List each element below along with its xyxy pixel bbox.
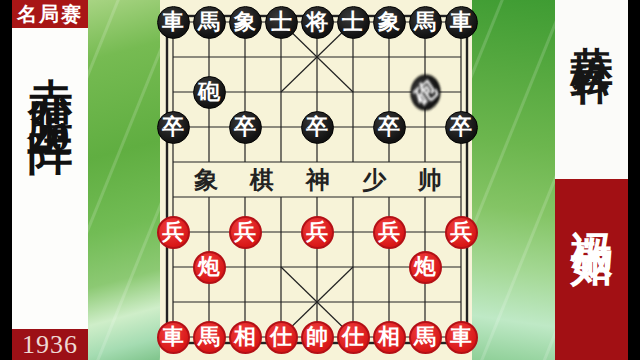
episode-title-card: 赤膊上阵 20 (12, 28, 88, 329)
piece-red-soldier-1: 兵 (155, 215, 191, 250)
piece-black-chariot-left: 車 (155, 5, 191, 40)
piece-black-soldier-1: 卒 (155, 110, 191, 145)
right-caption-panel: 黄松轩 冯敬如 (555, 0, 628, 360)
piece-black-advisor-left: 士 (263, 5, 299, 40)
piece-red-chariot-right: 車 (443, 320, 479, 355)
piece-red-elephant-left: 相 (227, 320, 263, 355)
black-player-name: 黄松轩 (562, 13, 622, 179)
piece-black-elephant-left: 象 (227, 5, 263, 40)
player-card-red: 冯敬如 (555, 179, 628, 360)
piece-red-horse-left: 馬 (191, 320, 227, 355)
piece-grid: 車馬象士将士象馬車砲砲卒卒卒卒卒兵兵兵兵兵炮炮車馬相仕帥仕相馬車 (155, 5, 479, 355)
piece-black-horse-right: 馬 (407, 5, 443, 40)
episode-number: 20 (31, 117, 70, 156)
event-badge: 名局赛 (12, 0, 88, 28)
piece-red-soldier-4: 兵 (371, 215, 407, 250)
episode-title: 赤膊上阵 (12, 42, 88, 110)
piece-red-general: 帥 (299, 320, 335, 355)
piece-red-elephant-right: 相 (371, 320, 407, 355)
piece-black-cannon-right: 砲 (407, 75, 443, 110)
piece-black-chariot-right: 車 (443, 5, 479, 40)
leaf-background-right (472, 0, 555, 360)
piece-black-soldier-3: 卒 (299, 110, 335, 145)
piece-black-soldier-5: 卒 (443, 110, 479, 145)
video-frame: 名局赛 赤膊上阵 20 1936 (0, 0, 640, 360)
piece-black-general: 将 (299, 5, 335, 40)
piece-black-soldier-4: 卒 (371, 110, 407, 145)
player-card-black: 黄松轩 (555, 0, 628, 179)
leaf-background-left (88, 0, 160, 360)
red-player-name: 冯敬如 (562, 197, 622, 360)
piece-red-advisor-left: 仕 (263, 320, 299, 355)
piece-black-elephant-right: 象 (371, 5, 407, 40)
piece-red-cannon-right: 炮 (407, 250, 443, 285)
piece-black-advisor-right: 士 (335, 5, 371, 40)
year-badge: 1936 (12, 329, 88, 360)
piece-red-chariot-left: 車 (155, 320, 191, 355)
piece-red-horse-right: 馬 (407, 320, 443, 355)
xiangqi-board: 象 棋 神 少 帅 車馬象士将士象馬車砲砲卒卒卒卒卒兵兵兵兵兵炮炮車馬相仕帥仕相… (160, 0, 472, 360)
piece-black-soldier-2: 卒 (227, 110, 263, 145)
piece-red-cannon-left: 炮 (191, 250, 227, 285)
piece-red-soldier-5: 兵 (443, 215, 479, 250)
piece-black-horse-left: 馬 (191, 5, 227, 40)
piece-red-soldier-2: 兵 (227, 215, 263, 250)
piece-red-soldier-3: 兵 (299, 215, 335, 250)
piece-red-advisor-right: 仕 (335, 320, 371, 355)
piece-black-cannon-left: 砲 (191, 75, 227, 110)
left-caption-panel: 名局赛 赤膊上阵 20 1936 (12, 0, 88, 360)
